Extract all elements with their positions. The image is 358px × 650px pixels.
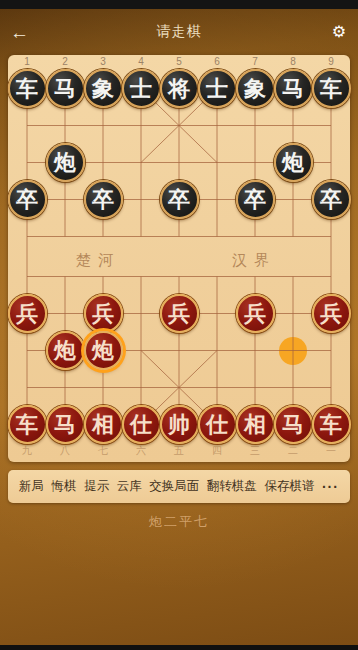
menu-bar: 新局悔棋提示云库交换局面翻转棋盘保存棋谱··· xyxy=(8,470,350,503)
piece-red-horse-f2r10[interactable]: 马 xyxy=(46,405,85,444)
bottom-nav-bar xyxy=(0,645,358,650)
piece-black-advisor-f4r1[interactable]: 士 xyxy=(122,69,161,108)
file-label-top-7: 7 xyxy=(236,56,274,70)
piece-red-elephant-f7r10[interactable]: 相 xyxy=(236,405,275,444)
piece-red-soldier-f1r7[interactable]: 兵 xyxy=(8,294,47,333)
file-label-bottom-8: 二 xyxy=(274,444,312,459)
piece-black-advisor-f6r1[interactable]: 士 xyxy=(198,69,237,108)
file-label-top-5: 5 xyxy=(160,56,198,70)
menu-item-5[interactable]: 交换局面 xyxy=(149,478,199,495)
file-label-top-3: 3 xyxy=(84,56,122,70)
file-label-top-2: 2 xyxy=(46,56,84,70)
header: ← 请走棋 ⚙ xyxy=(0,9,358,55)
file-label-bottom-3: 七 xyxy=(84,444,122,459)
file-labels-bottom: 九八七六五四三二一 xyxy=(8,444,350,459)
piece-red-soldier-f3r7[interactable]: 兵 xyxy=(84,294,123,333)
page-title: 请走棋 xyxy=(0,23,358,41)
last-move-label: 炮二平七 xyxy=(0,513,358,531)
menu-item-3[interactable]: 提示 xyxy=(84,478,109,495)
menu-item-1[interactable]: 新局 xyxy=(19,478,44,495)
piece-red-rook-f9r10[interactable]: 车 xyxy=(312,405,351,444)
file-labels-top: 123456789 xyxy=(8,56,350,70)
piece-red-advisor-f4r10[interactable]: 仕 xyxy=(122,405,161,444)
piece-black-soldier-f7r4[interactable]: 卒 xyxy=(236,180,275,219)
piece-red-advisor-f6r10[interactable]: 仕 xyxy=(198,405,237,444)
piece-red-cannon-f3r8[interactable]: 炮 xyxy=(84,331,123,370)
piece-black-horse-f2r1[interactable]: 马 xyxy=(46,69,85,108)
piece-black-soldier-f9r4[interactable]: 卒 xyxy=(312,180,351,219)
menu-item-2[interactable]: 悔棋 xyxy=(52,478,77,495)
file-label-bottom-1: 九 xyxy=(8,444,46,459)
piece-red-general-f5r10[interactable]: 帅 xyxy=(160,405,199,444)
file-label-bottom-7: 三 xyxy=(236,444,274,459)
status-bar xyxy=(0,0,358,9)
piece-red-soldier-f5r7[interactable]: 兵 xyxy=(160,294,199,333)
file-label-bottom-5: 五 xyxy=(160,444,198,459)
piece-red-cannon-f2r8[interactable]: 炮 xyxy=(46,331,85,370)
piece-red-rook-f1r10[interactable]: 车 xyxy=(8,405,47,444)
app-screen: ← 请走棋 ⚙ 123456789 楚河 汉界 车马象士将士象马车炮炮卒卒卒卒卒… xyxy=(0,0,358,650)
file-label-top-1: 1 xyxy=(8,56,46,70)
file-label-top-4: 4 xyxy=(122,56,160,70)
file-label-top-6: 6 xyxy=(198,56,236,70)
file-label-bottom-4: 六 xyxy=(122,444,160,459)
file-label-bottom-2: 八 xyxy=(46,444,84,459)
file-label-top-8: 8 xyxy=(274,56,312,70)
piece-black-rook-f1r1[interactable]: 车 xyxy=(8,69,47,108)
file-label-bottom-6: 四 xyxy=(198,444,236,459)
xiangqi-board[interactable]: 123456789 楚河 汉界 车马象士将士象马车炮炮卒卒卒卒卒兵兵兵兵兵炮炮车… xyxy=(8,55,350,462)
piece-black-soldier-f5r4[interactable]: 卒 xyxy=(160,180,199,219)
piece-black-soldier-f1r4[interactable]: 卒 xyxy=(8,180,47,219)
piece-black-rook-f9r1[interactable]: 车 xyxy=(312,69,351,108)
piece-black-cannon-f8r3[interactable]: 炮 xyxy=(274,143,313,182)
piece-red-soldier-f7r7[interactable]: 兵 xyxy=(236,294,275,333)
pieces-layer: 车马象士将士象马车炮炮卒卒卒卒卒兵兵兵兵兵炮炮车马相仕帅仕相马车 xyxy=(8,70,350,443)
piece-red-horse-f8r10[interactable]: 马 xyxy=(274,405,313,444)
menu-more-icon[interactable]: ··· xyxy=(322,479,339,495)
piece-red-elephant-f3r10[interactable]: 相 xyxy=(84,405,123,444)
piece-black-soldier-f3r4[interactable]: 卒 xyxy=(84,180,123,219)
piece-black-horse-f8r1[interactable]: 马 xyxy=(274,69,313,108)
piece-black-general-f5r1[interactable]: 将 xyxy=(160,69,199,108)
piece-black-cannon-f2r3[interactable]: 炮 xyxy=(46,143,85,182)
piece-black-elephant-f7r1[interactable]: 象 xyxy=(236,69,275,108)
piece-red-soldier-f9r7[interactable]: 兵 xyxy=(312,294,351,333)
menu-item-7[interactable]: 保存棋谱 xyxy=(264,478,314,495)
file-label-top-9: 9 xyxy=(312,56,350,70)
settings-gear-icon[interactable]: ⚙ xyxy=(332,24,346,40)
piece-black-elephant-f3r1[interactable]: 象 xyxy=(84,69,123,108)
menu-item-4[interactable]: 云库 xyxy=(117,478,142,495)
menu-item-6[interactable]: 翻转棋盘 xyxy=(207,478,257,495)
file-label-bottom-9: 一 xyxy=(312,444,350,459)
